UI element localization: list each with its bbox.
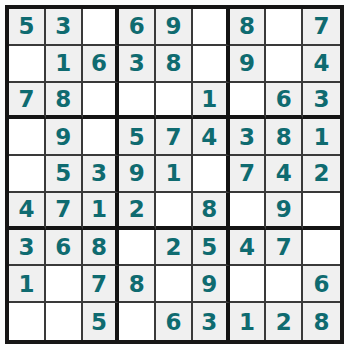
cell-r5c8[interactable]: 4 <box>266 156 303 193</box>
cell-r2c6[interactable] <box>193 46 230 83</box>
cell-r7c9[interactable] <box>303 230 340 267</box>
cell-r7c4[interactable] <box>119 230 156 267</box>
cell-r8c3[interactable]: 7 <box>83 266 120 303</box>
cell-r5c4[interactable]: 9 <box>119 156 156 193</box>
cell-r5c3[interactable]: 3 <box>83 156 120 193</box>
cell-r6c9[interactable] <box>303 193 340 230</box>
cell-r1c7[interactable]: 8 <box>230 9 267 46</box>
cell-r6c3[interactable]: 1 <box>83 193 120 230</box>
cell-r9c3[interactable]: 5 <box>83 303 120 340</box>
cell-r2c2[interactable]: 1 <box>46 46 83 83</box>
cell-r3c2[interactable]: 8 <box>46 83 83 120</box>
cell-r3c7[interactable] <box>230 83 267 120</box>
cell-r6c4[interactable]: 2 <box>119 193 156 230</box>
cell-r9c9[interactable]: 8 <box>303 303 340 340</box>
cell-r3c3[interactable] <box>83 83 120 120</box>
cell-r2c9[interactable]: 4 <box>303 46 340 83</box>
cell-r2c8[interactable] <box>266 46 303 83</box>
cell-r8c8[interactable] <box>266 266 303 303</box>
cell-r3c4[interactable] <box>119 83 156 120</box>
cell-r6c6[interactable]: 8 <box>193 193 230 230</box>
cell-r4c8[interactable]: 8 <box>266 119 303 156</box>
cell-r5c7[interactable]: 7 <box>230 156 267 193</box>
cell-r5c9[interactable]: 2 <box>303 156 340 193</box>
cell-r9c1[interactable] <box>9 303 46 340</box>
cell-r6c8[interactable]: 9 <box>266 193 303 230</box>
cell-r2c1[interactable] <box>9 46 46 83</box>
cell-r7c3[interactable]: 8 <box>83 230 120 267</box>
cell-r3c9[interactable]: 3 <box>303 83 340 120</box>
cell-r4c1[interactable] <box>9 119 46 156</box>
cell-r2c5[interactable]: 8 <box>156 46 193 83</box>
cell-r9c5[interactable]: 6 <box>156 303 193 340</box>
cell-r4c5[interactable]: 7 <box>156 119 193 156</box>
cell-r7c7[interactable]: 4 <box>230 230 267 267</box>
cell-r4c3[interactable] <box>83 119 120 156</box>
cell-r8c4[interactable]: 8 <box>119 266 156 303</box>
cell-r7c8[interactable]: 7 <box>266 230 303 267</box>
cell-r3c1[interactable]: 7 <box>9 83 46 120</box>
cell-r1c3[interactable] <box>83 9 120 46</box>
cell-r4c7[interactable]: 3 <box>230 119 267 156</box>
cell-r9c7[interactable]: 1 <box>230 303 267 340</box>
cell-r9c2[interactable] <box>46 303 83 340</box>
cell-r1c1[interactable]: 5 <box>9 9 46 46</box>
cell-r2c4[interactable]: 3 <box>119 46 156 83</box>
cell-r6c5[interactable] <box>156 193 193 230</box>
cell-r1c5[interactable]: 9 <box>156 9 193 46</box>
cell-r9c8[interactable]: 2 <box>266 303 303 340</box>
cell-r8c7[interactable] <box>230 266 267 303</box>
cell-r8c6[interactable]: 9 <box>193 266 230 303</box>
cell-r5c5[interactable]: 1 <box>156 156 193 193</box>
cell-r6c1[interactable]: 4 <box>9 193 46 230</box>
cell-r1c9[interactable]: 7 <box>303 9 340 46</box>
cell-r4c9[interactable]: 1 <box>303 119 340 156</box>
cell-r3c6[interactable]: 1 <box>193 83 230 120</box>
cell-r2c7[interactable]: 9 <box>230 46 267 83</box>
sudoku-page: 5369871638947816395743815391742471289368… <box>0 0 350 350</box>
cell-r4c4[interactable]: 5 <box>119 119 156 156</box>
cell-r7c2[interactable]: 6 <box>46 230 83 267</box>
cell-r8c5[interactable] <box>156 266 193 303</box>
cell-r8c9[interactable]: 6 <box>303 266 340 303</box>
cell-r4c6[interactable]: 4 <box>193 119 230 156</box>
cell-r5c6[interactable] <box>193 156 230 193</box>
cell-r1c6[interactable] <box>193 9 230 46</box>
cell-r8c1[interactable]: 1 <box>9 266 46 303</box>
cell-r3c8[interactable]: 6 <box>266 83 303 120</box>
cell-r7c1[interactable]: 3 <box>9 230 46 267</box>
cell-r7c6[interactable]: 5 <box>193 230 230 267</box>
cell-r5c1[interactable] <box>9 156 46 193</box>
cell-r1c4[interactable]: 6 <box>119 9 156 46</box>
cell-r9c4[interactable] <box>119 303 156 340</box>
cell-r1c2[interactable]: 3 <box>46 9 83 46</box>
cell-r5c2[interactable]: 5 <box>46 156 83 193</box>
cell-r9c6[interactable]: 3 <box>193 303 230 340</box>
cell-r3c5[interactable] <box>156 83 193 120</box>
cell-r6c7[interactable] <box>230 193 267 230</box>
cell-r2c3[interactable]: 6 <box>83 46 120 83</box>
cell-r8c2[interactable] <box>46 266 83 303</box>
cell-r4c2[interactable]: 9 <box>46 119 83 156</box>
cell-r1c8[interactable] <box>266 9 303 46</box>
sudoku-board: 5369871638947816395743815391742471289368… <box>5 5 344 344</box>
cell-r6c2[interactable]: 7 <box>46 193 83 230</box>
cell-r7c5[interactable]: 2 <box>156 230 193 267</box>
